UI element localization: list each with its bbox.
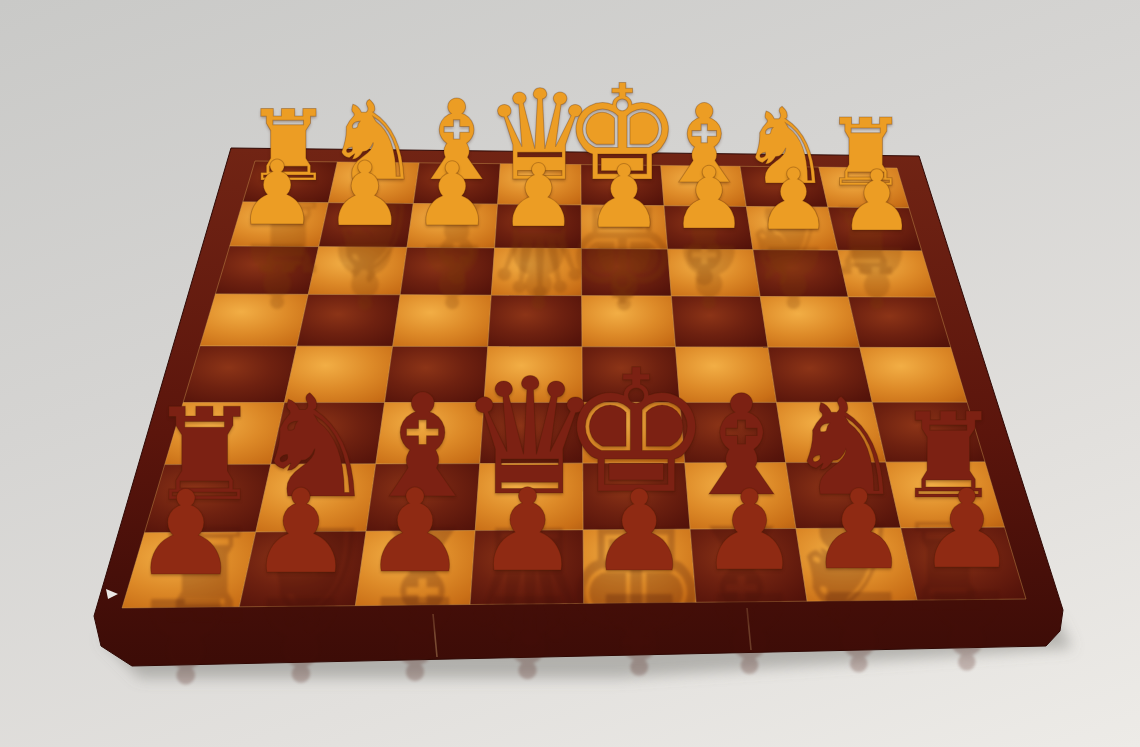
square-h5[interactable]	[848, 297, 951, 348]
square-b6[interactable]	[308, 247, 407, 295]
piece-red-pawn-a1[interactable]: ♟	[133, 474, 238, 591]
piece-butterscotch-pawn-c7[interactable]: ♟	[413, 151, 492, 239]
square-d6[interactable]	[491, 248, 581, 296]
piece-red-pawn-f1[interactable]: ♟	[700, 475, 800, 586]
square-a6[interactable]	[215, 246, 318, 294]
piece-butterscotch-pawn-h7[interactable]: ♟	[839, 158, 914, 242]
piece-butterscotch-pawn-f7[interactable]: ♟	[671, 155, 748, 241]
photo-scene: ♜♜♞♞♝♝♛♛♚♚♝♝♞♞♜♜♟♟♟♟♟♟♟♟♟♟♟♟♟♟♟♟♜♜♞♞♝♝♛♛…	[0, 0, 1140, 747]
piece-butterscotch-pawn-a7[interactable]: ♟	[237, 149, 317, 238]
piece-red-pawn-d1[interactable]: ♟	[477, 474, 579, 588]
square-a5[interactable]	[200, 294, 308, 346]
square-h6[interactable]	[838, 250, 936, 297]
square-f6[interactable]	[668, 249, 761, 296]
square-g6[interactable]	[753, 250, 848, 297]
square-c6[interactable]	[400, 247, 494, 295]
square-g5[interactable]	[760, 297, 860, 348]
piece-butterscotch-pawn-g7[interactable]: ♟	[755, 156, 831, 241]
piece-red-pawn-e1[interactable]: ♟	[589, 475, 689, 587]
square-b5[interactable]	[297, 294, 400, 346]
piece-butterscotch-pawn-e7[interactable]: ♟	[585, 153, 663, 240]
piece-butterscotch-pawn-b7[interactable]: ♟	[325, 149, 405, 238]
piece-red-pawn-c1[interactable]: ♟	[363, 474, 466, 589]
piece-red-pawn-b1[interactable]: ♟	[249, 474, 353, 590]
piece-butterscotch-pawn-d7[interactable]: ♟	[499, 153, 577, 240]
square-e6[interactable]	[581, 249, 671, 297]
piece-red-pawn-g1[interactable]: ♟	[809, 475, 908, 585]
square-c5[interactable]	[393, 295, 492, 347]
piece-red-pawn-h1[interactable]: ♟	[918, 475, 1016, 584]
